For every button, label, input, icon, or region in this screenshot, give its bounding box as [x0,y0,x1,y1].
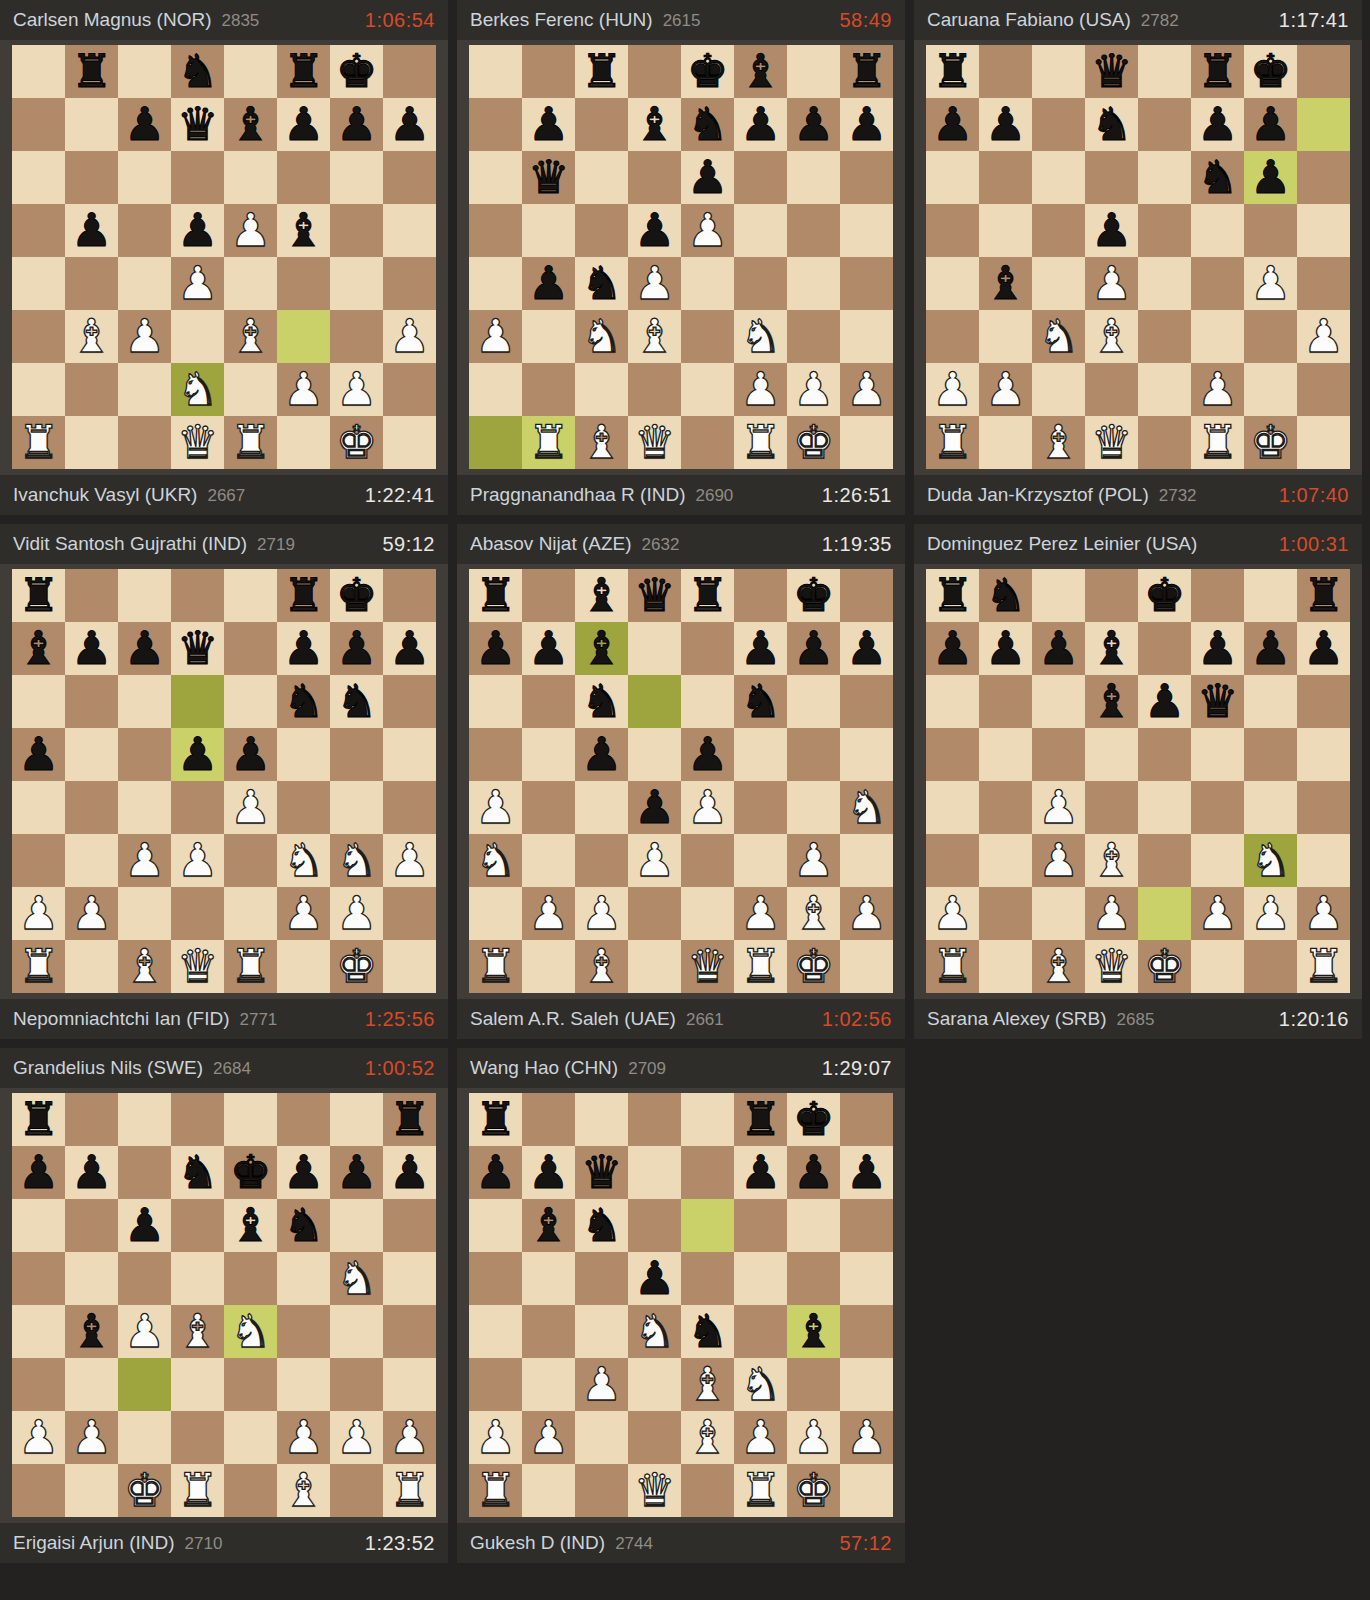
square-a1: ♜ [469,1464,522,1517]
square-g8: ♚ [787,1093,840,1146]
square-g7: ♟ [330,98,383,151]
bottom-player-info: Erigaisi Arjun (IND) 2710 [13,1532,357,1554]
square-c1: ♚ [118,1464,171,1517]
white-bishop: ♝ [1038,940,1079,993]
square-c5 [575,1252,628,1305]
top-player-name: Berkes Ferenc (HUN) [470,9,653,31]
white-rook: ♜ [230,940,271,993]
black-pawn: ♟ [475,622,516,675]
top-player-rating: 2709 [628,1059,666,1079]
white-pawn: ♟ [687,781,728,834]
top-player-clock: 1:00:31 [1279,533,1349,556]
square-b7: ♟ [979,98,1032,151]
square-c4 [1032,257,1085,310]
square-e1 [1138,416,1191,469]
square-h4 [383,781,436,834]
black-bishop: ♝ [634,98,675,151]
square-a3 [469,1358,522,1411]
white-pawn: ♟ [1250,887,1291,940]
white-queen: ♛ [687,940,728,993]
square-g3: ♟ [787,834,840,887]
square-e1: ♜ [224,940,277,993]
square-f2: ♟ [277,363,330,416]
black-bishop: ♝ [18,622,59,675]
top-player-clock: 58:49 [839,9,892,32]
square-d1: ♛ [171,940,224,993]
square-c8 [1032,45,1085,98]
square-g8: ♚ [787,569,840,622]
square-h1 [1297,416,1350,469]
square-a5 [469,204,522,257]
square-e2 [1138,363,1191,416]
square-h3 [840,1358,893,1411]
square-a8: ♜ [469,1093,522,1146]
black-bishop: ♝ [71,1305,112,1358]
black-pawn: ♟ [793,98,834,151]
square-e1: ♛ [681,940,734,993]
black-pawn: ♟ [71,204,112,257]
square-f5 [734,728,787,781]
white-knight: ♞ [475,834,516,887]
bottom-player-info: Nepomniachtchi Ian (FID) 2771 [13,1008,357,1030]
square-h5 [840,1252,893,1305]
black-pawn: ♟ [687,728,728,781]
bottom-player-bar: Gukesh D (IND) 2744 57:12 [457,1523,905,1563]
square-f4 [734,257,787,310]
white-rook: ♜ [475,940,516,993]
white-pawn: ♟ [124,1305,165,1358]
square-g8: ♚ [330,45,383,98]
square-c4 [575,1305,628,1358]
square-g8: ♚ [1244,45,1297,98]
square-c6: ♟ [118,1199,171,1252]
chess-board-5[interactable]: ♜♝♛♜♚♟♟♝♟♟♟♞♞♟♟♟♟♟♞♞♟♟♟♟♟♝♟♜♝♛♜♚ [469,569,893,993]
white-pawn: ♟ [1197,363,1238,416]
square-h1 [383,416,436,469]
square-a5 [926,728,979,781]
white-pawn: ♟ [1197,887,1238,940]
top-player-bar: Carlsen Magnus (NOR) 2835 1:06:54 [0,0,448,40]
square-c2 [118,1411,171,1464]
chess-board-1[interactable]: ♜♞♜♚♟♛♝♟♟♟♟♟♟♝♟♝♟♝♟♞♟♟♜♛♜♚ [12,45,436,469]
white-pawn: ♟ [846,1411,887,1464]
square-f5 [1191,728,1244,781]
game-panel: Carlsen Magnus (NOR) 2835 1:06:54 ♜♞♜♚♟♛… [0,0,448,515]
square-a6 [926,151,979,204]
black-king: ♚ [1144,569,1185,622]
square-d7: ♝ [1085,622,1138,675]
square-b1 [979,940,1032,993]
square-c3 [118,1358,171,1411]
square-b3 [979,834,1032,887]
square-f5 [277,728,330,781]
white-king: ♚ [336,416,377,469]
top-player-clock: 1:29:07 [822,1057,892,1080]
black-bishop: ♝ [1091,675,1132,728]
square-a3: ♟ [469,310,522,363]
square-c7: ♟ [1032,622,1085,675]
square-d3 [171,310,224,363]
black-pawn: ♟ [740,622,781,675]
square-g6: ♟ [1244,151,1297,204]
square-c3 [575,834,628,887]
bottom-player-info: Salem A.R. Saleh (UAE) 2661 [470,1008,814,1030]
square-b7: ♟ [522,622,575,675]
top-player-rating: 2835 [222,11,260,31]
square-a4 [926,257,979,310]
white-queen: ♛ [1091,416,1132,469]
top-player-info: Grandelius Nils (SWE) 2684 [13,1057,357,1079]
square-a5 [469,1252,522,1305]
square-e4 [681,257,734,310]
white-rook: ♜ [389,1464,430,1517]
black-queen: ♛ [1197,675,1238,728]
black-pawn: ♟ [177,728,218,781]
square-b6 [65,675,118,728]
square-e4: ♟ [681,781,734,834]
square-f8: ♜ [277,569,330,622]
square-a8 [12,45,65,98]
black-pawn: ♟ [124,1199,165,1252]
square-h8 [1297,45,1350,98]
square-h1 [840,940,893,993]
square-d6 [171,1199,224,1252]
square-a2 [469,363,522,416]
square-d5: ♟ [171,204,224,257]
white-pawn: ♟ [475,781,516,834]
square-b5 [522,1252,575,1305]
square-a8: ♜ [926,569,979,622]
white-queen: ♛ [177,940,218,993]
bottom-player-bar: Erigaisi Arjun (IND) 2710 1:23:52 [0,1523,448,1563]
white-pawn: ♟ [793,1411,834,1464]
black-pawn: ♟ [336,1146,377,1199]
square-a1: ♜ [926,416,979,469]
black-king: ♚ [230,1146,271,1199]
square-d1: ♛ [628,1464,681,1517]
square-f4 [734,781,787,834]
black-pawn: ♟ [528,257,569,310]
square-a1: ♜ [12,416,65,469]
square-d4: ♟ [1085,257,1138,310]
square-g4 [1244,781,1297,834]
square-e8: ♚ [681,45,734,98]
square-h7: ♟ [1297,622,1350,675]
square-b1 [65,1464,118,1517]
square-b8 [65,569,118,622]
square-a4 [469,1305,522,1358]
square-f6: ♞ [734,675,787,728]
square-f3 [1191,310,1244,363]
top-player-clock: 59:12 [382,533,435,556]
square-d6 [628,675,681,728]
square-e6 [681,1199,734,1252]
square-b4 [65,257,118,310]
square-d5 [1085,728,1138,781]
square-g6 [330,151,383,204]
square-f8: ♝ [734,45,787,98]
square-g7: ♟ [1244,98,1297,151]
square-a2: ♟ [926,887,979,940]
square-b6 [65,151,118,204]
black-queen: ♛ [581,1146,622,1199]
black-knight: ♞ [740,675,781,728]
black-queen: ♛ [634,569,675,622]
square-c3: ♟ [118,310,171,363]
square-e2 [681,363,734,416]
square-b6: ♝ [522,1199,575,1252]
white-pawn: ♟ [124,834,165,887]
bottom-player-clock: 1:25:56 [365,1008,435,1031]
square-e2 [224,887,277,940]
square-d8 [628,45,681,98]
bottom-player-name: Salem A.R. Saleh (UAE) [470,1008,676,1030]
black-knight: ♞ [687,1305,728,1358]
square-b2: ♟ [65,1411,118,1464]
square-d4 [171,781,224,834]
square-g2: ♟ [1244,887,1297,940]
white-pawn: ♟ [71,887,112,940]
white-bishop: ♝ [687,1411,728,1464]
square-e5 [224,1252,277,1305]
square-g3 [330,310,383,363]
square-a6 [469,675,522,728]
square-g7: ♟ [787,98,840,151]
games-grid: Carlsen Magnus (NOR) 2835 1:06:54 ♜♞♜♚♟♛… [0,0,1370,1563]
chess-board-2[interactable]: ♜♚♝♜♟♝♞♟♟♟♛♟♟♟♟♞♟♟♞♝♞♟♟♟♜♝♛♜♚ [469,45,893,469]
square-d5: ♟ [628,1252,681,1305]
square-h8: ♜ [840,45,893,98]
square-h6 [840,675,893,728]
square-f8: ♜ [1191,45,1244,98]
square-g6 [787,1199,840,1252]
black-pawn: ♟ [985,98,1026,151]
square-e8 [224,569,277,622]
white-pawn: ♟ [528,1411,569,1464]
square-d6 [1085,151,1138,204]
square-f7: ♟ [734,622,787,675]
chess-board-8[interactable]: ♜♜♚♟♟♛♟♟♟♝♞♟♞♞♝♟♝♞♟♟♝♟♟♟♜♛♜♚ [469,1093,893,1517]
white-rook: ♜ [1197,416,1238,469]
black-queen: ♛ [528,151,569,204]
square-c6 [575,151,628,204]
square-d2 [1085,363,1138,416]
square-e1 [224,1464,277,1517]
square-a7: ♟ [469,1146,522,1199]
bottom-player-clock: 57:12 [839,1532,892,1555]
square-h4 [383,257,436,310]
white-pawn: ♟ [18,1411,59,1464]
square-a6 [12,151,65,204]
square-f8 [1191,569,1244,622]
square-h4 [1297,257,1350,310]
white-pawn: ♟ [740,1411,781,1464]
top-player-clock: 1:19:35 [822,533,892,556]
square-c8 [575,1093,628,1146]
square-e3 [224,1358,277,1411]
square-c3: ♟ [1032,834,1085,887]
square-c2 [118,363,171,416]
white-queen: ♛ [1091,940,1132,993]
white-knight: ♞ [177,363,218,416]
square-d6: ♝ [1085,675,1138,728]
chess-board-7[interactable]: ♜♜♟♟♞♚♟♟♟♟♝♞♞♝♟♝♞♟♟♟♟♟♚♜♝♜ [12,1093,436,1517]
white-knight: ♞ [634,1305,675,1358]
white-bishop: ♝ [1091,310,1132,363]
square-h8 [840,569,893,622]
black-pawn: ♟ [932,622,973,675]
white-knight: ♞ [1038,310,1079,363]
top-player-info: Caruana Fabiano (USA) 2782 [927,9,1271,31]
square-d5: ♟ [628,204,681,257]
bottom-player-info: Gukesh D (IND) 2744 [470,1532,831,1554]
square-a3 [926,834,979,887]
square-a2: ♟ [926,363,979,416]
square-g7: ♟ [787,1146,840,1199]
square-c5 [1032,728,1085,781]
square-d8 [171,569,224,622]
square-a7 [469,98,522,151]
square-e1: ♜ [224,416,277,469]
black-bishop: ♝ [793,1305,834,1358]
square-h6 [840,151,893,204]
square-b8 [522,45,575,98]
square-g6 [1244,675,1297,728]
square-f1 [277,416,330,469]
square-a5 [12,1252,65,1305]
square-h2: ♟ [383,1411,436,1464]
square-a7: ♟ [926,98,979,151]
black-rook: ♜ [389,1093,430,1146]
square-g4 [787,781,840,834]
bottom-player-rating: 2771 [239,1010,277,1030]
black-rook: ♜ [18,569,59,622]
square-h2: ♟ [1297,887,1350,940]
square-g1: ♚ [787,940,840,993]
square-a8: ♜ [469,569,522,622]
square-e7 [1138,622,1191,675]
square-a3 [12,834,65,887]
square-e5: ♟ [224,728,277,781]
square-c5 [575,204,628,257]
square-h8: ♜ [1297,569,1350,622]
white-pawn: ♟ [71,1411,112,1464]
square-e7: ♞ [681,98,734,151]
bottom-player-clock: 1:23:52 [365,1532,435,1555]
square-b1 [65,416,118,469]
square-c1: ♝ [118,940,171,993]
white-pawn: ♟ [283,1411,324,1464]
white-knight: ♞ [1250,834,1291,887]
square-h7 [1297,98,1350,151]
white-pawn: ♟ [1303,887,1344,940]
chess-board-6[interactable]: ♜♞♚♜♟♟♟♝♟♟♟♝♟♛♟♟♝♞♟♟♟♟♟♜♝♛♚♜ [926,569,1350,993]
top-player-rating: 2632 [642,535,680,555]
black-rook: ♜ [283,569,324,622]
white-pawn: ♟ [336,363,377,416]
black-pawn: ♟ [932,98,973,151]
black-pawn: ♟ [581,728,622,781]
square-d6 [628,1199,681,1252]
square-d6 [171,675,224,728]
square-e2 [224,1411,277,1464]
square-f2: ♟ [734,1411,787,1464]
chess-board-3[interactable]: ♜♛♜♚♟♟♞♟♟♞♟♟♝♟♟♞♝♟♟♟♟♜♝♛♜♚ [926,45,1350,469]
square-b1: ♜ [522,416,575,469]
square-g3 [787,1358,840,1411]
square-e4: ♞ [681,1305,734,1358]
square-a4 [469,257,522,310]
black-pawn: ♟ [18,728,59,781]
square-b8 [522,569,575,622]
square-a7: ♟ [12,1146,65,1199]
square-g3 [330,1358,383,1411]
square-c2 [118,887,171,940]
square-d8: ♛ [1085,45,1138,98]
top-player-info: Berkes Ferenc (HUN) 2615 [470,9,831,31]
square-b5 [979,204,1032,257]
square-b8: ♞ [979,569,1032,622]
top-player-name: Carlsen Magnus (NOR) [13,9,212,31]
square-g6: ♞ [330,675,383,728]
square-c5 [118,204,171,257]
square-d8 [1085,569,1138,622]
square-f1: ♜ [734,1464,787,1517]
square-g1: ♚ [787,1464,840,1517]
square-a8: ♜ [12,1093,65,1146]
top-player-bar: Abasov Nijat (AZE) 2632 1:19:35 [457,524,905,564]
top-player-rating: 2684 [213,1059,251,1079]
black-pawn: ♟ [634,1252,675,1305]
black-pawn: ♟ [846,98,887,151]
square-d7: ♝ [628,98,681,151]
bottom-player-clock: 1:02:56 [822,1008,892,1031]
game-panel: Grandelius Nils (SWE) 2684 1:00:52 ♜♜♟♟♞… [0,1048,448,1563]
black-bishop: ♝ [985,257,1026,310]
square-g3 [1244,310,1297,363]
bottom-player-clock: 1:20:16 [1279,1008,1349,1031]
square-b1 [522,1464,575,1517]
square-b7 [65,98,118,151]
square-c8 [118,569,171,622]
square-h2 [383,363,436,416]
square-c6 [118,675,171,728]
square-f5 [277,1252,330,1305]
square-h7: ♟ [840,1146,893,1199]
square-c3: ♞ [1032,310,1085,363]
square-c3: ♟ [575,1358,628,1411]
white-pawn: ♟ [124,310,165,363]
black-king: ♚ [336,45,377,98]
black-king: ♚ [793,569,834,622]
square-b6 [65,1199,118,1252]
square-g4 [787,257,840,310]
square-b1 [65,940,118,993]
square-d3: ♟ [628,834,681,887]
square-c4 [118,257,171,310]
square-b7: ♟ [522,1146,575,1199]
square-d3 [171,1358,224,1411]
chess-board-4[interactable]: ♜♜♚♝♟♟♛♟♟♟♞♞♟♟♟♟♟♟♞♞♟♟♟♟♟♜♝♛♜♚ [12,569,436,993]
white-knight: ♞ [336,1252,377,1305]
square-b2 [979,887,1032,940]
white-pawn: ♟ [793,834,834,887]
square-g6 [787,151,840,204]
square-f2: ♟ [1191,887,1244,940]
square-f7: ♟ [277,98,330,151]
black-king: ♚ [1250,45,1291,98]
square-a2 [12,363,65,416]
